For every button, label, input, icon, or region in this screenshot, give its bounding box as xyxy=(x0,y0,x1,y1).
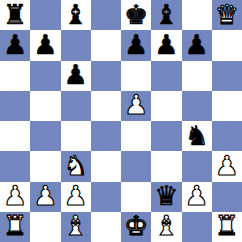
square-d5[interactable] xyxy=(91,91,121,121)
square-e4[interactable] xyxy=(121,121,151,151)
square-a8[interactable]: ♜ xyxy=(0,0,30,30)
square-b7[interactable]: ♟ xyxy=(30,30,60,60)
white-pawn[interactable]: ♟ xyxy=(124,91,148,118)
square-f1[interactable]: ♝ xyxy=(151,212,181,242)
square-g6[interactable] xyxy=(182,61,212,91)
square-c6[interactable]: ♟ xyxy=(61,61,91,91)
square-d7[interactable] xyxy=(91,30,121,60)
square-a4[interactable] xyxy=(0,121,30,151)
square-f2[interactable]: ♛ xyxy=(151,182,181,212)
square-d8[interactable] xyxy=(91,0,121,30)
square-b6[interactable] xyxy=(30,61,60,91)
square-a1[interactable]: ♜ xyxy=(0,212,30,242)
square-h3[interactable]: ♟ xyxy=(212,151,242,181)
square-h6[interactable] xyxy=(212,61,242,91)
white-rook[interactable]: ♜ xyxy=(3,212,27,239)
square-f3[interactable] xyxy=(151,151,181,181)
square-f8[interactable]: ♝ xyxy=(151,0,181,30)
black-bishop[interactable]: ♝ xyxy=(64,1,88,28)
white-king[interactable]: ♚ xyxy=(124,212,148,239)
white-bishop[interactable]: ♝ xyxy=(154,212,178,239)
black-pawn[interactable]: ♟ xyxy=(33,31,57,58)
square-d1[interactable] xyxy=(91,212,121,242)
white-queen[interactable]: ♛ xyxy=(215,1,239,28)
white-rook[interactable]: ♜ xyxy=(215,212,239,239)
square-h8[interactable]: ♛ xyxy=(212,0,242,30)
black-pawn[interactable]: ♟ xyxy=(185,31,209,58)
square-g8[interactable] xyxy=(182,0,212,30)
square-h4[interactable] xyxy=(212,121,242,151)
square-d3[interactable] xyxy=(91,151,121,181)
black-pawn[interactable]: ♟ xyxy=(64,61,88,88)
square-e2[interactable] xyxy=(121,182,151,212)
square-g7[interactable]: ♟ xyxy=(182,30,212,60)
white-pawn[interactable]: ♟ xyxy=(215,152,239,179)
square-b4[interactable] xyxy=(30,121,60,151)
white-pawn[interactable]: ♟ xyxy=(185,182,209,209)
square-e1[interactable]: ♚ xyxy=(121,212,151,242)
square-a7[interactable]: ♟ xyxy=(0,30,30,60)
square-e7[interactable]: ♟ xyxy=(121,30,151,60)
square-g5[interactable] xyxy=(182,91,212,121)
black-pawn[interactable]: ♟ xyxy=(154,31,178,58)
square-c8[interactable]: ♝ xyxy=(61,0,91,30)
square-b3[interactable] xyxy=(30,151,60,181)
square-f6[interactable] xyxy=(151,61,181,91)
square-b5[interactable] xyxy=(30,91,60,121)
black-king[interactable]: ♚ xyxy=(124,1,148,28)
square-e8[interactable]: ♚ xyxy=(121,0,151,30)
square-c1[interactable]: ♝ xyxy=(61,212,91,242)
square-f4[interactable] xyxy=(151,121,181,151)
square-a5[interactable] xyxy=(0,91,30,121)
square-f7[interactable]: ♟ xyxy=(151,30,181,60)
white-pawn[interactable]: ♟ xyxy=(3,182,27,209)
chess-board: ♜♝♚♝♛♟♟♟♟♟♟♟♞♞♟♟♟♟♛♟♜♝♚♝♜ xyxy=(0,0,242,242)
black-pawn[interactable]: ♟ xyxy=(124,31,148,58)
square-h2[interactable] xyxy=(212,182,242,212)
square-h1[interactable]: ♜ xyxy=(212,212,242,242)
square-c3[interactable]: ♞ xyxy=(61,151,91,181)
square-a2[interactable]: ♟ xyxy=(0,182,30,212)
square-f5[interactable] xyxy=(151,91,181,121)
square-h7[interactable] xyxy=(212,30,242,60)
square-a3[interactable] xyxy=(0,151,30,181)
square-g4[interactable]: ♞ xyxy=(182,121,212,151)
square-d4[interactable] xyxy=(91,121,121,151)
square-g3[interactable] xyxy=(182,151,212,181)
black-knight[interactable]: ♞ xyxy=(185,122,209,149)
white-bishop[interactable]: ♝ xyxy=(64,212,88,239)
square-c5[interactable] xyxy=(61,91,91,121)
white-pawn[interactable]: ♟ xyxy=(33,182,57,209)
square-c4[interactable] xyxy=(61,121,91,151)
black-pawn[interactable]: ♟ xyxy=(3,31,27,58)
square-a6[interactable] xyxy=(0,61,30,91)
square-c2[interactable]: ♟ xyxy=(61,182,91,212)
square-d2[interactable] xyxy=(91,182,121,212)
square-h5[interactable] xyxy=(212,91,242,121)
square-b2[interactable]: ♟ xyxy=(30,182,60,212)
square-b8[interactable] xyxy=(30,0,60,30)
square-g1[interactable] xyxy=(182,212,212,242)
square-g2[interactable]: ♟ xyxy=(182,182,212,212)
square-b1[interactable] xyxy=(30,212,60,242)
white-pawn[interactable]: ♟ xyxy=(64,182,88,209)
square-e5[interactable]: ♟ xyxy=(121,91,151,121)
square-e3[interactable] xyxy=(121,151,151,181)
white-knight[interactable]: ♞ xyxy=(64,152,88,179)
black-rook[interactable]: ♜ xyxy=(3,1,27,28)
square-c7[interactable] xyxy=(61,30,91,60)
square-d6[interactable] xyxy=(91,61,121,91)
black-queen[interactable]: ♛ xyxy=(154,182,178,209)
black-bishop[interactable]: ♝ xyxy=(154,1,178,28)
square-e6[interactable] xyxy=(121,61,151,91)
